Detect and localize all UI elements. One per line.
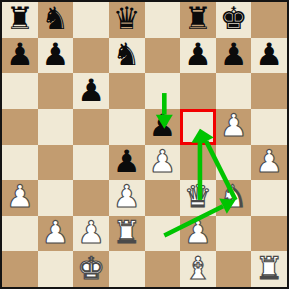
square-e6[interactable] [145, 73, 181, 109]
square-e4[interactable]: ♟ [145, 145, 181, 181]
square-e3[interactable] [145, 180, 181, 216]
black-king[interactable]: ♚ [220, 3, 248, 34]
square-a7[interactable]: ♟ [2, 38, 38, 74]
square-h4[interactable]: ♟ [251, 145, 287, 181]
black-queen[interactable]: ♛ [113, 3, 141, 34]
white-rook[interactable]: ♜ [113, 217, 141, 248]
highlight-square [180, 109, 216, 145]
white-pawn[interactable]: ♟ [6, 181, 34, 212]
square-h7[interactable]: ♟ [251, 38, 287, 74]
black-pawn[interactable]: ♟ [6, 39, 34, 70]
white-pawn[interactable]: ♟ [148, 146, 176, 177]
square-a6[interactable] [2, 73, 38, 109]
white-pawn[interactable]: ♟ [220, 110, 248, 141]
square-e1[interactable] [145, 251, 181, 287]
black-pawn[interactable]: ♟ [148, 110, 176, 141]
square-f2[interactable]: ♟ [180, 216, 216, 252]
square-c3[interactable] [73, 180, 109, 216]
square-c4[interactable] [73, 145, 109, 181]
square-g5[interactable]: ♟ [216, 109, 252, 145]
square-h2[interactable] [251, 216, 287, 252]
square-h3[interactable] [251, 180, 287, 216]
square-b3[interactable] [38, 180, 74, 216]
square-g4[interactable] [216, 145, 252, 181]
square-e5[interactable]: ♟ [145, 109, 181, 145]
square-d1[interactable] [109, 251, 145, 287]
square-d3[interactable]: ♟ [109, 180, 145, 216]
square-g6[interactable] [216, 73, 252, 109]
white-pawn[interactable]: ♟ [255, 146, 283, 177]
black-pawn[interactable]: ♟ [184, 39, 212, 70]
square-d4[interactable]: ♟ [109, 145, 145, 181]
square-a8[interactable]: ♜ [2, 2, 38, 38]
white-pawn[interactable]: ♟ [42, 217, 70, 248]
square-a1[interactable] [2, 251, 38, 287]
square-a2[interactable] [2, 216, 38, 252]
square-a3[interactable]: ♟ [2, 180, 38, 216]
square-c6[interactable]: ♟ [73, 73, 109, 109]
square-g1[interactable] [216, 251, 252, 287]
square-f3[interactable]: ♛ [180, 180, 216, 216]
square-b4[interactable] [38, 145, 74, 181]
square-g2[interactable] [216, 216, 252, 252]
square-e8[interactable] [145, 2, 181, 38]
white-queen[interactable]: ♛ [184, 181, 212, 212]
white-king[interactable]: ♚ [77, 253, 105, 284]
square-b1[interactable] [38, 251, 74, 287]
black-pawn[interactable]: ♟ [42, 39, 70, 70]
square-a5[interactable] [2, 109, 38, 145]
square-b2[interactable]: ♟ [38, 216, 74, 252]
black-knight[interactable]: ♞ [113, 39, 141, 70]
black-pawn[interactable]: ♟ [255, 39, 283, 70]
square-c5[interactable] [73, 109, 109, 145]
black-pawn[interactable]: ♟ [77, 75, 105, 106]
square-h5[interactable] [251, 109, 287, 145]
square-b7[interactable]: ♟ [38, 38, 74, 74]
square-h8[interactable] [251, 2, 287, 38]
square-d2[interactable]: ♜ [109, 216, 145, 252]
square-d5[interactable] [109, 109, 145, 145]
black-pawn[interactable]: ♟ [220, 39, 248, 70]
black-knight[interactable]: ♞ [42, 3, 70, 34]
board-squares: ♜♞♛♜♚♟♟♞♟♟♟♟♟♟♟♟♟♟♟♛♞♟♟♜♟♚♝♜ [2, 2, 287, 287]
black-pawn[interactable]: ♟ [113, 146, 141, 177]
white-pawn[interactable]: ♟ [184, 217, 212, 248]
square-b5[interactable] [38, 109, 74, 145]
square-h6[interactable] [251, 73, 287, 109]
square-h1[interactable]: ♜ [251, 251, 287, 287]
square-d8[interactable]: ♛ [109, 2, 145, 38]
white-knight[interactable]: ♞ [220, 181, 248, 212]
square-f5[interactable] [180, 109, 216, 145]
square-f7[interactable]: ♟ [180, 38, 216, 74]
square-b6[interactable] [38, 73, 74, 109]
square-e2[interactable] [145, 216, 181, 252]
chess-board: ♜♞♛♜♚♟♟♞♟♟♟♟♟♟♟♟♟♟♟♛♞♟♟♜♟♚♝♜ [0, 0, 289, 289]
square-f6[interactable] [180, 73, 216, 109]
square-d6[interactable] [109, 73, 145, 109]
white-pawn[interactable]: ♟ [113, 181, 141, 212]
square-b8[interactable]: ♞ [38, 2, 74, 38]
square-a4[interactable] [2, 145, 38, 181]
square-c2[interactable]: ♟ [73, 216, 109, 252]
square-f8[interactable]: ♜ [180, 2, 216, 38]
square-g7[interactable]: ♟ [216, 38, 252, 74]
square-f4[interactable] [180, 145, 216, 181]
black-rook[interactable]: ♜ [184, 3, 212, 34]
white-pawn[interactable]: ♟ [77, 217, 105, 248]
black-rook[interactable]: ♜ [6, 3, 34, 34]
square-f1[interactable]: ♝ [180, 251, 216, 287]
square-g3[interactable]: ♞ [216, 180, 252, 216]
square-e7[interactable] [145, 38, 181, 74]
square-c8[interactable] [73, 2, 109, 38]
white-rook[interactable]: ♜ [255, 253, 283, 284]
square-c1[interactable]: ♚ [73, 251, 109, 287]
square-g8[interactable]: ♚ [216, 2, 252, 38]
square-d7[interactable]: ♞ [109, 38, 145, 74]
white-bishop[interactable]: ♝ [184, 253, 212, 284]
square-c7[interactable] [73, 38, 109, 74]
